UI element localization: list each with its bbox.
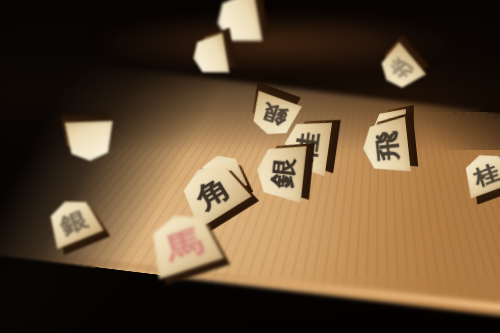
vignette-overlay bbox=[0, 0, 500, 333]
piece-kanji-label: 銀 bbox=[262, 142, 302, 202]
piece-kanji-label: 飛 bbox=[368, 117, 407, 175]
shogi-photo-scene: 歩銀歩と桂桂飛角銀銀馬 bbox=[0, 0, 500, 333]
piece-top-face bbox=[65, 121, 114, 162]
piece-top-face bbox=[190, 33, 229, 78]
piece-top-face: 銀 bbox=[254, 141, 306, 203]
piece-top-face: 飛 bbox=[360, 117, 411, 176]
